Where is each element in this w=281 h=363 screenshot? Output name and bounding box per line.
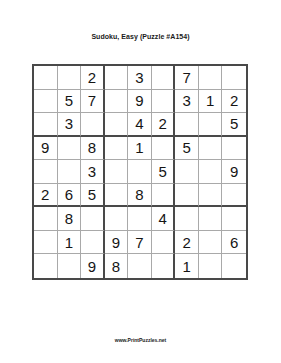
cell-r5c9[interactable]: 9 [222,160,246,184]
cell-r2c3[interactable]: 7 [81,90,105,114]
cell-r6c9[interactable] [222,184,246,208]
cell-r6c2[interactable]: 6 [58,184,82,208]
cell-r1c6[interactable] [152,66,176,90]
cell-r5c5[interactable] [128,160,152,184]
cell-r5c8[interactable] [199,160,223,184]
cell-r2c8[interactable]: 1 [199,90,223,114]
cell-r8c6[interactable] [152,231,176,255]
cell-r4c5[interactable]: 1 [128,137,152,161]
cell-r8c2[interactable]: 1 [58,231,82,255]
cell-r6c8[interactable] [199,184,223,208]
cell-r9c9[interactable] [222,254,246,278]
cell-r3c9[interactable]: 5 [222,113,246,137]
cell-r3c5[interactable]: 4 [128,113,152,137]
cell-r7c5[interactable] [128,207,152,231]
cell-r5c3[interactable]: 3 [81,160,105,184]
cell-r2c4[interactable] [105,90,129,114]
cell-r3c3[interactable] [81,113,105,137]
cell-r4c9[interactable] [222,137,246,161]
cell-r3c4[interactable] [105,113,129,137]
cell-r1c4[interactable] [105,66,129,90]
cell-r6c1[interactable]: 2 [34,184,58,208]
cell-r2c7[interactable]: 3 [175,90,199,114]
cell-r5c1[interactable] [34,160,58,184]
cell-r1c5[interactable]: 3 [128,66,152,90]
cell-r5c7[interactable] [175,160,199,184]
cell-r7c9[interactable] [222,207,246,231]
cell-r7c1[interactable] [34,207,58,231]
cell-r7c6[interactable]: 4 [152,207,176,231]
cell-r2c6[interactable] [152,90,176,114]
cell-r2c9[interactable]: 2 [222,90,246,114]
cell-r4c3[interactable]: 8 [81,137,105,161]
cell-r9c4[interactable]: 8 [105,254,129,278]
cell-r9c3[interactable]: 9 [81,254,105,278]
cell-r5c6[interactable]: 5 [152,160,176,184]
cell-r6c5[interactable]: 8 [128,184,152,208]
cell-r9c5[interactable] [128,254,152,278]
cell-r4c2[interactable] [58,137,82,161]
cell-r1c2[interactable] [58,66,82,90]
cell-r6c3[interactable]: 5 [81,184,105,208]
cell-r2c1[interactable] [34,90,58,114]
cell-r7c3[interactable] [81,207,105,231]
cell-r4c6[interactable] [152,137,176,161]
cell-r1c7[interactable]: 7 [175,66,199,90]
cell-r9c8[interactable] [199,254,223,278]
cell-r6c6[interactable] [152,184,176,208]
cell-r8c1[interactable] [34,231,58,255]
cell-r7c8[interactable] [199,207,223,231]
cell-r9c7[interactable]: 1 [175,254,199,278]
cell-r4c4[interactable] [105,137,129,161]
cell-r4c7[interactable]: 5 [175,137,199,161]
cell-r9c2[interactable] [58,254,82,278]
cell-r8c9[interactable]: 6 [222,231,246,255]
cell-r8c7[interactable]: 2 [175,231,199,255]
cell-r3c7[interactable] [175,113,199,137]
page-title: Sudoku, Easy (Puzzle #A154) [0,33,281,40]
footer-url: www.PrintPuzzles.net [0,337,281,343]
cell-r7c2[interactable]: 8 [58,207,82,231]
cell-r1c9[interactable] [222,66,246,90]
cell-r6c4[interactable] [105,184,129,208]
cell-r2c2[interactable]: 5 [58,90,82,114]
cell-r4c8[interactable] [199,137,223,161]
cell-r6c7[interactable] [175,184,199,208]
cell-r8c4[interactable]: 9 [105,231,129,255]
cell-r4c1[interactable]: 9 [34,137,58,161]
cell-r7c4[interactable] [105,207,129,231]
cell-r2c5[interactable]: 9 [128,90,152,114]
cell-r1c8[interactable] [199,66,223,90]
cell-r3c2[interactable]: 3 [58,113,82,137]
cell-r7c7[interactable] [175,207,199,231]
cell-r3c1[interactable] [34,113,58,137]
sudoku-grid: 2375793123425981535926588419726981 [32,64,248,280]
cell-r3c8[interactable] [199,113,223,137]
cell-r3c6[interactable]: 2 [152,113,176,137]
cell-r8c8[interactable] [199,231,223,255]
cell-r5c2[interactable] [58,160,82,184]
cell-r9c6[interactable] [152,254,176,278]
cell-r8c5[interactable]: 7 [128,231,152,255]
cell-r1c1[interactable] [34,66,58,90]
cell-r1c3[interactable]: 2 [81,66,105,90]
cell-r8c3[interactable] [81,231,105,255]
cell-r9c1[interactable] [34,254,58,278]
cell-r5c4[interactable] [105,160,129,184]
